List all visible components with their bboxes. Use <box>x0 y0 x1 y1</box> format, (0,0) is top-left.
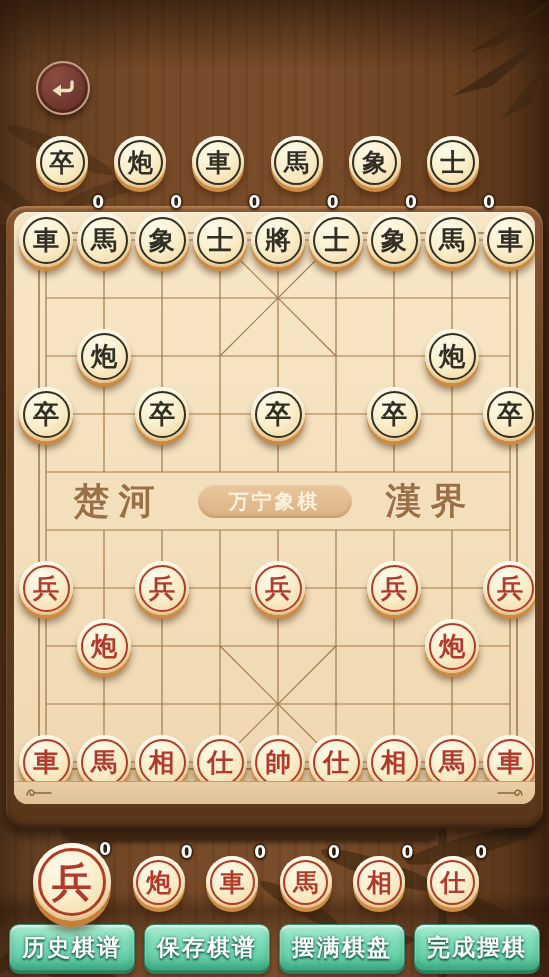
piece-glyph: 車 <box>487 739 534 786</box>
piece-glyph: 相 <box>357 860 402 905</box>
tray-red-soldier-selected[interactable]: 兵 0 <box>33 843 111 921</box>
strip-ornament-right <box>495 787 525 799</box>
finish-setup-button[interactable]: 完成摆棋 <box>414 924 540 971</box>
board-piece-red-soldier-r6c2[interactable]: 兵 <box>135 561 189 615</box>
piece-glyph: 馬 <box>81 739 128 786</box>
piece-glyph: 馬 <box>274 140 319 185</box>
piece-glyph: 馬 <box>429 739 476 786</box>
return-arrow-icon <box>49 74 77 102</box>
piece-glyph: 炮 <box>136 860 181 905</box>
piece-glyph: 仕 <box>197 739 244 786</box>
count-badge: 0 <box>170 192 182 212</box>
black-piece-tray: 卒 0 炮 0 車 0 馬 0 象 0 士 0 <box>0 134 549 190</box>
count-badge: 0 <box>328 842 340 862</box>
history-records-button[interactable]: 历史棋谱 <box>9 924 135 971</box>
board-piece-red-soldier-r6c4[interactable]: 兵 <box>251 561 305 615</box>
count-badge: 0 <box>181 842 193 862</box>
board-piece-black-advisor-r0c5[interactable]: 士 <box>309 213 363 267</box>
piece-glyph: 兵 <box>255 565 302 612</box>
piece-glyph: 士 <box>197 217 244 264</box>
piece-glyph: 仕 <box>313 739 360 786</box>
board-piece-black-soldier-r3c8[interactable]: 卒 <box>483 387 535 441</box>
board-piece-red-cannon-r7c7[interactable]: 炮 <box>425 619 479 673</box>
board-piece-black-soldier-r3c4[interactable]: 卒 <box>251 387 305 441</box>
piece-glyph: 車 <box>487 217 534 264</box>
board-piece-black-soldier-r3c6[interactable]: 卒 <box>367 387 421 441</box>
board-piece-black-advisor-r0c3[interactable]: 士 <box>193 213 247 267</box>
count-badge: 0 <box>92 192 104 212</box>
piece-glyph: 卒 <box>371 391 418 438</box>
board-piece-black-soldier-r3c2[interactable]: 卒 <box>135 387 189 441</box>
board-piece-red-soldier-r6c8[interactable]: 兵 <box>483 561 535 615</box>
board-frame-tab <box>64 826 438 840</box>
fill-board-button[interactable]: 摆满棋盘 <box>279 924 405 971</box>
board-piece-black-cannon-r2c1[interactable]: 炮 <box>77 329 131 383</box>
tray-black-soldier[interactable]: 卒 0 <box>36 136 88 188</box>
count-badge: 0 <box>402 842 414 862</box>
piece-glyph: 炮 <box>118 140 163 185</box>
count-badge: 0 <box>475 842 487 862</box>
piece-glyph: 兵 <box>23 565 70 612</box>
tray-red-cannon[interactable]: 炮 0 <box>133 856 185 908</box>
piece-glyph: 卒 <box>23 391 70 438</box>
tray-black-cannon[interactable]: 炮 0 <box>114 136 166 188</box>
piece-glyph: 卒 <box>139 391 186 438</box>
piece-glyph: 仕 <box>430 860 475 905</box>
tray-black-horse[interactable]: 馬 0 <box>271 136 323 188</box>
piece-glyph: 兵 <box>139 565 186 612</box>
piece-glyph: 象 <box>352 140 397 185</box>
piece-glyph: 卒 <box>255 391 302 438</box>
piece-glyph: 卒 <box>40 140 85 185</box>
piece-glyph: 車 <box>210 860 255 905</box>
count-badge: 0 <box>405 192 417 212</box>
piece-glyph: 兵 <box>371 565 418 612</box>
piece-glyph: 士 <box>430 140 475 185</box>
piece-glyph: 炮 <box>81 333 128 380</box>
board-piece-black-cannon-r2c7[interactable]: 炮 <box>425 329 479 383</box>
board-frame: 楚河 万宁象棋 漢界 車馬象士將士象馬車炮炮卒卒卒卒卒兵兵兵兵兵炮炮車馬相仕帥仕… <box>6 206 543 828</box>
board-piece-black-general-r0c4[interactable]: 將 <box>251 213 305 267</box>
xiangqi-setup-screen: 卒 0 炮 0 車 0 馬 0 象 0 士 0 <box>0 0 549 977</box>
board-piece-red-soldier-r6c6[interactable]: 兵 <box>367 561 421 615</box>
piece-glyph: 車 <box>23 739 70 786</box>
strip-ornament-left <box>24 787 54 799</box>
piece-glyph: 兵 <box>487 565 534 612</box>
piece-glyph: 炮 <box>81 623 128 670</box>
count-badge: 0 <box>99 839 111 859</box>
board-bottom-strip <box>14 781 535 804</box>
board-piece-black-chariot-r0c8[interactable]: 車 <box>483 213 535 267</box>
piece-glyph: 象 <box>139 217 186 264</box>
bottom-button-bar: 历史棋谱 保存棋谱 摆满棋盘 完成摆棋 <box>0 924 549 971</box>
tray-red-elephant[interactable]: 相 0 <box>353 856 405 908</box>
red-piece-tray: 兵 0 炮 0 車 0 馬 0 相 0 仕 0 <box>0 842 549 922</box>
board-piece-red-cannon-r7c1[interactable]: 炮 <box>77 619 131 673</box>
tray-red-chariot[interactable]: 車 0 <box>206 856 258 908</box>
board-piece-black-horse-r0c7[interactable]: 馬 <box>425 213 479 267</box>
board-piece-black-soldier-r3c0[interactable]: 卒 <box>19 387 73 441</box>
piece-glyph: 象 <box>371 217 418 264</box>
board-piece-black-elephant-r0c2[interactable]: 象 <box>135 213 189 267</box>
count-badge: 0 <box>254 842 266 862</box>
board[interactable]: 楚河 万宁象棋 漢界 車馬象士將士象馬車炮炮卒卒卒卒卒兵兵兵兵兵炮炮車馬相仕帥仕… <box>14 212 535 804</box>
board-piece-black-horse-r0c1[interactable]: 馬 <box>77 213 131 267</box>
piece-glyph: 炮 <box>429 333 476 380</box>
piece-glyph: 相 <box>371 739 418 786</box>
piece-glyph: 士 <box>313 217 360 264</box>
save-record-button[interactable]: 保存棋谱 <box>144 924 270 971</box>
piece-glyph: 車 <box>23 217 70 264</box>
board-piece-black-chariot-r0c0[interactable]: 車 <box>19 213 73 267</box>
piece-glyph: 兵 <box>38 848 106 916</box>
count-badge: 0 <box>327 192 339 212</box>
piece-glyph: 馬 <box>81 217 128 264</box>
tray-black-chariot[interactable]: 車 0 <box>192 136 244 188</box>
board-pieces: 車馬象士將士象馬車炮炮卒卒卒卒卒兵兵兵兵兵炮炮車馬相仕帥仕相馬車 <box>14 212 535 804</box>
piece-glyph: 將 <box>255 217 302 264</box>
piece-glyph: 帥 <box>255 739 302 786</box>
count-badge: 0 <box>249 192 261 212</box>
piece-glyph: 卒 <box>487 391 534 438</box>
piece-glyph: 相 <box>139 739 186 786</box>
tray-black-advisor[interactable]: 士 0 <box>427 136 479 188</box>
board-piece-black-elephant-r0c6[interactable]: 象 <box>367 213 421 267</box>
count-badge: 0 <box>483 192 495 212</box>
piece-glyph: 馬 <box>283 860 328 905</box>
tray-black-elephant[interactable]: 象 0 <box>349 136 401 188</box>
tray-red-advisor[interactable]: 仕 0 <box>427 856 479 908</box>
tray-red-horse[interactable]: 馬 0 <box>280 856 332 908</box>
piece-glyph: 馬 <box>429 217 476 264</box>
piece-glyph: 車 <box>196 140 241 185</box>
piece-glyph: 炮 <box>429 623 476 670</box>
back-button[interactable] <box>36 61 90 115</box>
board-piece-red-soldier-r6c0[interactable]: 兵 <box>19 561 73 615</box>
